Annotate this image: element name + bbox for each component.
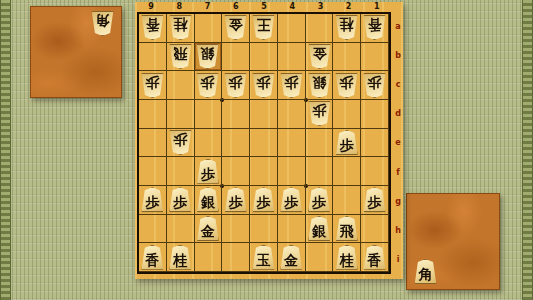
square-4f[interactable] bbox=[278, 157, 306, 186]
rank-label-b: b bbox=[393, 41, 403, 70]
square-7d[interactable] bbox=[195, 100, 223, 129]
square-8d[interactable] bbox=[167, 100, 195, 129]
square-8h[interactable] bbox=[167, 215, 195, 244]
gote-piece-knight-8a[interactable]: 桂 bbox=[169, 15, 192, 40]
square-5h[interactable] bbox=[250, 215, 278, 244]
square-6g[interactable]: 歩 bbox=[222, 186, 250, 215]
square-2g[interactable] bbox=[333, 186, 361, 215]
rank-label-h: h bbox=[393, 216, 403, 245]
file-label-7: 7 bbox=[193, 2, 221, 12]
rank-label-c: c bbox=[393, 70, 403, 99]
file-labels: 987654321 bbox=[137, 2, 391, 12]
square-7a[interactable] bbox=[195, 14, 223, 43]
board-grid: 香桂金王桂香飛銀金歩歩歩歩歩銀歩歩歩歩歩歩歩歩銀歩歩歩歩歩金銀飛香桂玉金桂香 bbox=[137, 12, 391, 274]
square-1i[interactable]: 香 bbox=[361, 243, 389, 272]
square-5c[interactable]: 歩 bbox=[250, 71, 278, 100]
square-6b[interactable] bbox=[222, 43, 250, 72]
square-5i[interactable]: 玉 bbox=[250, 243, 278, 272]
square-8a[interactable]: 桂 bbox=[167, 14, 195, 43]
square-3f[interactable] bbox=[306, 157, 334, 186]
square-1a[interactable]: 香 bbox=[361, 14, 389, 43]
square-6a[interactable]: 金 bbox=[222, 14, 250, 43]
square-2f[interactable] bbox=[333, 157, 361, 186]
square-3i[interactable] bbox=[306, 243, 334, 272]
sente-hand-tray: 角 bbox=[406, 193, 500, 290]
gote-piece-pawn-8e[interactable]: 歩 bbox=[169, 130, 192, 155]
square-4a[interactable] bbox=[278, 14, 306, 43]
rank-label-a: a bbox=[393, 12, 403, 41]
gote-piece-gold-3b[interactable]: 金 bbox=[308, 44, 331, 69]
file-label-3: 3 bbox=[306, 2, 334, 12]
sente-piece-silver-7g[interactable]: 銀 bbox=[196, 187, 219, 212]
gote-piece-pawn-3d[interactable]: 歩 bbox=[308, 101, 331, 126]
square-7c[interactable]: 歩 bbox=[195, 71, 223, 100]
square-7g[interactable]: 銀 bbox=[195, 186, 223, 215]
gote-piece-pawn-4c[interactable]: 歩 bbox=[280, 73, 303, 98]
square-6f[interactable] bbox=[222, 157, 250, 186]
file-label-9: 9 bbox=[137, 2, 165, 12]
gote-piece-lance-1a[interactable]: 香 bbox=[363, 15, 386, 40]
square-3a[interactable] bbox=[306, 14, 334, 43]
rank-label-e: e bbox=[393, 128, 403, 157]
shogi-board: 987654321 abcdefghi 香桂金王桂香飛銀金歩歩歩歩歩銀歩歩歩歩歩… bbox=[135, 2, 403, 279]
square-9g[interactable]: 歩 bbox=[139, 186, 167, 215]
square-2b[interactable] bbox=[333, 43, 361, 72]
sente-piece-lance-9i[interactable]: 香 bbox=[141, 245, 164, 270]
square-1g[interactable]: 歩 bbox=[361, 186, 389, 215]
square-8b[interactable]: 飛 bbox=[167, 43, 195, 72]
square-2d[interactable] bbox=[333, 100, 361, 129]
sente-piece-knight-2i[interactable]: 桂 bbox=[335, 245, 358, 270]
gote-piece-knight-2a[interactable]: 桂 bbox=[335, 15, 358, 40]
square-4c[interactable]: 歩 bbox=[278, 71, 306, 100]
square-7f[interactable]: 歩 bbox=[195, 157, 223, 186]
tatami-border-left bbox=[0, 0, 11, 300]
shogi-app-screen: 角 角 987654321 abcdefghi 香桂金王桂香飛銀金歩歩歩歩歩銀歩… bbox=[0, 0, 533, 300]
square-2h[interactable]: 飛 bbox=[333, 215, 361, 244]
square-4d[interactable] bbox=[278, 100, 306, 129]
square-3b[interactable]: 金 bbox=[306, 43, 334, 72]
square-7h[interactable]: 金 bbox=[195, 215, 223, 244]
sente-piece-gold-4i[interactable]: 金 bbox=[280, 245, 303, 270]
gote-piece-pawn-1c[interactable]: 歩 bbox=[363, 73, 386, 98]
square-8i[interactable]: 桂 bbox=[167, 243, 195, 272]
sente-hand-piece-bishop[interactable]: 角 bbox=[414, 259, 437, 284]
sente-piece-pawn-4g[interactable]: 歩 bbox=[280, 187, 303, 212]
sente-piece-pawn-2e[interactable]: 歩 bbox=[335, 130, 358, 155]
square-7b[interactable]: 銀 bbox=[195, 43, 223, 72]
square-9b[interactable] bbox=[139, 43, 167, 72]
square-8f[interactable] bbox=[167, 157, 195, 186]
square-9i[interactable]: 香 bbox=[139, 243, 167, 272]
square-1d[interactable] bbox=[361, 100, 389, 129]
square-1h[interactable] bbox=[361, 215, 389, 244]
rank-labels: abcdefghi bbox=[393, 12, 403, 274]
square-9a[interactable]: 香 bbox=[139, 14, 167, 43]
square-3h[interactable]: 銀 bbox=[306, 215, 334, 244]
square-5f[interactable] bbox=[250, 157, 278, 186]
square-9f[interactable] bbox=[139, 157, 167, 186]
square-6h[interactable] bbox=[222, 215, 250, 244]
gote-piece-pawn-5c[interactable]: 歩 bbox=[252, 73, 275, 98]
square-4h[interactable] bbox=[278, 215, 306, 244]
square-9e[interactable] bbox=[139, 129, 167, 158]
square-8e[interactable]: 歩 bbox=[167, 129, 195, 158]
sente-hand-pieces: 角 bbox=[414, 259, 437, 284]
file-label-5: 5 bbox=[250, 2, 278, 12]
square-8c[interactable] bbox=[167, 71, 195, 100]
square-6i[interactable] bbox=[222, 243, 250, 272]
square-3e[interactable] bbox=[306, 129, 334, 158]
sente-piece-lance-1i[interactable]: 香 bbox=[363, 245, 386, 270]
sente-piece-pawn-6g[interactable]: 歩 bbox=[224, 187, 247, 212]
square-5d[interactable] bbox=[250, 100, 278, 129]
sente-piece-gold-7h[interactable]: 金 bbox=[196, 216, 219, 241]
tatami-border-right bbox=[522, 0, 533, 300]
square-4i[interactable]: 金 bbox=[278, 243, 306, 272]
square-5b[interactable] bbox=[250, 43, 278, 72]
file-label-2: 2 bbox=[335, 2, 363, 12]
sente-piece-silver-3h[interactable]: 銀 bbox=[308, 216, 331, 241]
square-6e[interactable] bbox=[222, 129, 250, 158]
sente-piece-pawn-5g[interactable]: 歩 bbox=[252, 187, 275, 212]
square-7e[interactable] bbox=[195, 129, 223, 158]
sente-piece-pawn-1g[interactable]: 歩 bbox=[363, 187, 386, 212]
rank-label-g: g bbox=[393, 187, 403, 216]
square-9c[interactable]: 歩 bbox=[139, 71, 167, 100]
square-3d[interactable]: 歩 bbox=[306, 100, 334, 129]
square-1f[interactable] bbox=[361, 157, 389, 186]
square-2a[interactable]: 桂 bbox=[333, 14, 361, 43]
rank-label-f: f bbox=[393, 158, 403, 187]
file-label-8: 8 bbox=[165, 2, 193, 12]
square-1e[interactable] bbox=[361, 129, 389, 158]
sente-piece-king-sente-5i[interactable]: 玉 bbox=[252, 245, 275, 270]
square-2e[interactable]: 歩 bbox=[333, 129, 361, 158]
gote-hand-pieces: 角 bbox=[91, 11, 114, 36]
square-1c[interactable]: 歩 bbox=[361, 71, 389, 100]
gote-hand-piece-bishop[interactable]: 角 bbox=[91, 11, 114, 36]
square-7i[interactable] bbox=[195, 243, 223, 272]
square-2i[interactable]: 桂 bbox=[333, 243, 361, 272]
gote-piece-pawn-2c[interactable]: 歩 bbox=[335, 73, 358, 98]
file-label-1: 1 bbox=[363, 2, 391, 12]
gote-piece-lance-9a[interactable]: 香 bbox=[141, 15, 164, 40]
gote-piece-pawn-7c[interactable]: 歩 bbox=[196, 73, 219, 98]
sente-piece-rook-2h[interactable]: 飛 bbox=[335, 216, 358, 241]
sente-piece-pawn-7f[interactable]: 歩 bbox=[196, 159, 219, 184]
gote-piece-king-gote-5a[interactable]: 王 bbox=[252, 15, 275, 40]
gote-piece-gold-6a[interactable]: 金 bbox=[224, 15, 247, 40]
square-4g[interactable]: 歩 bbox=[278, 186, 306, 215]
sente-piece-pawn-8g[interactable]: 歩 bbox=[169, 187, 192, 212]
sente-piece-knight-8i[interactable]: 桂 bbox=[169, 245, 192, 270]
square-3c[interactable]: 銀 bbox=[306, 71, 334, 100]
gote-piece-rook-8b[interactable]: 飛 bbox=[169, 44, 192, 69]
rank-label-d: d bbox=[393, 99, 403, 128]
sente-piece-pawn-3g[interactable]: 歩 bbox=[308, 187, 331, 212]
square-5e[interactable] bbox=[250, 129, 278, 158]
sente-piece-pawn-9g[interactable]: 歩 bbox=[141, 187, 164, 212]
square-3g[interactable]: 歩 bbox=[306, 186, 334, 215]
rank-label-i: i bbox=[393, 245, 403, 274]
square-6d[interactable] bbox=[222, 100, 250, 129]
square-4e[interactable] bbox=[278, 129, 306, 158]
file-label-6: 6 bbox=[222, 2, 250, 12]
square-4b[interactable] bbox=[278, 43, 306, 72]
square-2c[interactable]: 歩 bbox=[333, 71, 361, 100]
gote-piece-pawn-6c[interactable]: 歩 bbox=[224, 73, 247, 98]
gote-hand-tray: 角 bbox=[30, 6, 122, 98]
gote-piece-silver-3c[interactable]: 銀 bbox=[308, 73, 331, 98]
square-9h[interactable] bbox=[139, 215, 167, 244]
square-1b[interactable] bbox=[361, 43, 389, 72]
file-label-4: 4 bbox=[278, 2, 306, 12]
square-5g[interactable]: 歩 bbox=[250, 186, 278, 215]
square-8g[interactable]: 歩 bbox=[167, 186, 195, 215]
square-9d[interactable] bbox=[139, 100, 167, 129]
square-6c[interactable]: 歩 bbox=[222, 71, 250, 100]
gote-piece-pawn-9c[interactable]: 歩 bbox=[141, 73, 164, 98]
gote-piece-silver-7b[interactable]: 銀 bbox=[196, 44, 219, 69]
square-5a[interactable]: 王 bbox=[250, 14, 278, 43]
